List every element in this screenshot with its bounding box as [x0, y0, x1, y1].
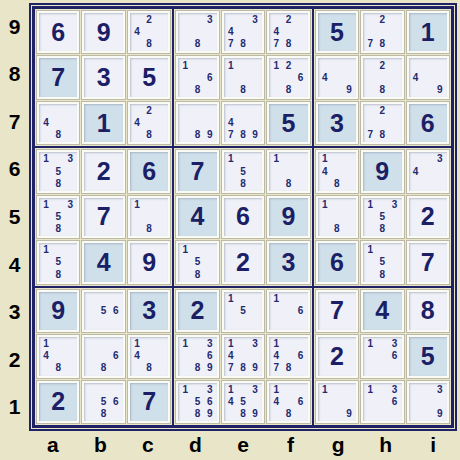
cell-a8[interactable]: 7: [37, 56, 79, 98]
cell-b1[interactable]: 568: [82, 381, 124, 423]
cell-value: 2: [97, 159, 111, 184]
pencil-mark-1: 1: [40, 244, 52, 256]
pencil-mark-4: 4: [225, 117, 237, 129]
row-label-2: 2: [0, 336, 29, 384]
pencil-marks: 278: [364, 105, 400, 141]
pencil-marks: 278: [364, 14, 400, 50]
pencil-marks: 2478: [270, 14, 306, 50]
col-label-d: d: [172, 430, 220, 459]
col-labels: abcdefghi: [29, 430, 457, 459]
pencil-mark-4: 4: [319, 165, 331, 177]
cell-value: 2: [51, 389, 65, 414]
pencil-mark-1: 1: [319, 199, 331, 211]
col-label-b: b: [77, 430, 125, 459]
pencil-mark-1: 1: [270, 384, 282, 396]
cell-c2[interactable]: 148: [128, 335, 170, 377]
pencil-mark-3: 3: [434, 384, 446, 396]
cell-b8[interactable]: 3: [82, 56, 124, 98]
cell-g6[interactable]: 148: [316, 150, 358, 192]
cell-e6[interactable]: 158: [222, 150, 264, 192]
pencil-mark-9: 9: [204, 129, 216, 141]
pencil-marks: 135689: [179, 384, 215, 420]
pencil-mark-8: 8: [191, 268, 203, 280]
pencil-marks: 158: [225, 153, 261, 189]
cell-d9[interactable]: 38: [176, 11, 218, 53]
pencil-mark-9: 9: [249, 129, 261, 141]
pencil-marks: 39: [410, 384, 446, 420]
pencil-mark-2: 2: [143, 105, 155, 117]
pencil-marks: 14678: [270, 338, 306, 374]
pencil-mark-8: 8: [191, 84, 203, 96]
cell-value: 2: [236, 250, 250, 275]
cell-g5[interactable]: 18: [316, 196, 358, 238]
pencil-mark-5: 5: [237, 305, 249, 317]
pencil-mark-8: 8: [52, 178, 64, 190]
box-5: 71581846915823: [174, 148, 311, 285]
cell-i6[interactable]: 34: [407, 150, 449, 192]
cell-h5[interactable]: 1358: [361, 196, 403, 238]
box-8: 2151613689134789146781356891345891468: [174, 288, 311, 425]
box-3: 5278149284932786: [314, 9, 451, 146]
cell-value: 5: [142, 65, 156, 90]
pencil-mark-6: 6: [388, 396, 400, 408]
pencil-mark-1: 1: [225, 293, 237, 305]
pencil-mark-1: 1: [40, 338, 52, 350]
cell-value: 7: [97, 204, 111, 229]
cell-d2[interactable]: 13689: [176, 335, 218, 377]
pencil-mark-2: 2: [376, 105, 388, 117]
cell-e5[interactable]: 6: [222, 196, 264, 238]
board-inner: 6924873548124838347824781681812688947895…: [32, 6, 454, 428]
board-boxes: 6924873548124838347824781681812688947895…: [35, 9, 451, 425]
pencil-mark-1: 1: [319, 384, 331, 396]
cell-c5[interactable]: 18: [128, 196, 170, 238]
cell-value: 7: [51, 65, 65, 90]
pencil-mark-6: 6: [204, 396, 216, 408]
pencil-mark-1: 1: [225, 59, 237, 71]
col-label-c: c: [124, 430, 172, 459]
cell-value: 7: [142, 389, 156, 414]
pencil-mark-9: 9: [249, 362, 261, 374]
cell-a9[interactable]: 6: [37, 11, 79, 53]
cell-g4[interactable]: 6: [316, 241, 358, 283]
pencil-mark-6: 6: [110, 350, 122, 362]
cell-c7[interactable]: 248: [128, 102, 170, 144]
cell-value: 5: [421, 344, 435, 369]
pencil-marks: 1358: [40, 199, 76, 235]
pencil-mark-1: 1: [40, 153, 52, 165]
box-2: 38347824781681812688947895: [174, 9, 311, 146]
pencil-marks: 568: [85, 384, 121, 420]
pencil-marks: 18: [319, 199, 355, 235]
row-label-1: 1: [0, 384, 29, 432]
cell-b7[interactable]: 1: [82, 102, 124, 144]
pencil-marks: 49: [410, 59, 446, 95]
row-label-7: 7: [0, 98, 29, 146]
pencil-marks: 3478: [225, 14, 261, 50]
pencil-marks: 248: [131, 14, 167, 50]
pencil-mark-9: 9: [434, 408, 446, 420]
cell-a1[interactable]: 2: [37, 381, 79, 423]
pencil-mark-5: 5: [376, 256, 388, 268]
cell-g1[interactable]: 19: [316, 381, 358, 423]
cell-value: 8: [421, 298, 435, 323]
pencil-marks: 134589: [225, 384, 261, 420]
cell-b9[interactable]: 9: [82, 11, 124, 53]
pencil-marks: 1468: [270, 384, 306, 420]
pencil-mark-1: 1: [364, 199, 376, 211]
cell-c4[interactable]: 9: [128, 241, 170, 283]
pencil-mark-4: 4: [225, 350, 237, 362]
col-label-g: g: [314, 430, 362, 459]
pencil-mark-6: 6: [110, 396, 122, 408]
pencil-mark-8: 8: [331, 223, 343, 235]
pencil-mark-1: 1: [225, 338, 237, 350]
cell-b3[interactable]: 56: [82, 290, 124, 332]
cell-d6[interactable]: 7: [176, 150, 218, 192]
pencil-mark-1: 1: [319, 153, 331, 165]
cell-i8[interactable]: 49: [407, 56, 449, 98]
pencil-marks: 1358: [40, 153, 76, 189]
cell-h7[interactable]: 278: [361, 102, 403, 144]
pencil-mark-8: 8: [143, 129, 155, 141]
cell-value: 3: [330, 111, 344, 136]
cell-e7[interactable]: 4789: [222, 102, 264, 144]
pencil-mark-3: 3: [64, 153, 76, 165]
cell-value: 7: [330, 298, 344, 323]
pencil-mark-4: 4: [40, 117, 52, 129]
cell-c1[interactable]: 7: [128, 381, 170, 423]
pencil-mark-3: 3: [249, 14, 261, 26]
pencil-mark-8: 8: [237, 408, 249, 420]
cell-value: 6: [236, 204, 250, 229]
cell-f5[interactable]: 9: [267, 196, 309, 238]
cell-a3[interactable]: 9: [37, 290, 79, 332]
cell-b6[interactable]: 2: [82, 150, 124, 192]
cell-value: 9: [51, 298, 65, 323]
pencil-mark-7: 7: [364, 129, 376, 141]
pencil-mark-4: 4: [319, 72, 331, 84]
pencil-mark-9: 9: [204, 362, 216, 374]
pencil-mark-8: 8: [52, 223, 64, 235]
pencil-mark-2: 2: [282, 14, 294, 26]
pencil-mark-7: 7: [270, 362, 282, 374]
cell-d8[interactable]: 168: [176, 56, 218, 98]
pencil-marks: 1358: [364, 199, 400, 235]
cell-f9[interactable]: 2478: [267, 11, 309, 53]
pencil-mark-1: 1: [225, 384, 237, 396]
pencil-mark-3: 3: [249, 384, 261, 396]
pencil-mark-1: 1: [270, 293, 282, 305]
pencil-marks: 19: [319, 384, 355, 420]
box-7: 95631486814825687: [35, 288, 172, 425]
pencil-mark-1: 1: [364, 384, 376, 396]
cell-f7[interactable]: 5: [267, 102, 309, 144]
pencil-mark-8: 8: [98, 408, 110, 420]
cell-value: 6: [421, 111, 435, 136]
cell-h8[interactable]: 28: [361, 56, 403, 98]
pencil-mark-4: 4: [131, 117, 143, 129]
cell-h2[interactable]: 136: [361, 335, 403, 377]
pencil-mark-1: 1: [179, 384, 191, 396]
cell-f6[interactable]: 18: [267, 150, 309, 192]
pencil-mark-1: 1: [179, 59, 191, 71]
pencil-marks: 13689: [179, 338, 215, 374]
cell-i7[interactable]: 6: [407, 102, 449, 144]
pencil-mark-8: 8: [376, 223, 388, 235]
cell-value: 1: [97, 111, 111, 136]
pencil-mark-8: 8: [52, 362, 64, 374]
cell-i2[interactable]: 5: [407, 335, 449, 377]
pencil-marks: 28: [364, 59, 400, 95]
cell-i1[interactable]: 39: [407, 381, 449, 423]
cell-value: 6: [330, 250, 344, 275]
col-label-e: e: [219, 430, 267, 459]
cell-a4[interactable]: 158: [37, 241, 79, 283]
pencil-marks: 89: [179, 105, 215, 141]
pencil-mark-4: 4: [270, 26, 282, 38]
cell-value: 9: [97, 20, 111, 45]
cell-a2[interactable]: 148: [37, 335, 79, 377]
pencil-mark-8: 8: [331, 178, 343, 190]
cell-h9[interactable]: 278: [361, 11, 403, 53]
pencil-mark-8: 8: [282, 38, 294, 50]
cell-h6[interactable]: 9: [361, 150, 403, 192]
pencil-mark-6: 6: [294, 396, 306, 408]
cell-h1[interactable]: 136: [361, 381, 403, 423]
pencil-mark-9: 9: [343, 408, 355, 420]
pencil-mark-8: 8: [376, 129, 388, 141]
pencil-marks: 1268: [270, 59, 306, 95]
pencil-mark-6: 6: [294, 350, 306, 362]
pencil-mark-7: 7: [270, 38, 282, 50]
pencil-mark-8: 8: [376, 268, 388, 280]
pencil-mark-6: 6: [294, 305, 306, 317]
pencil-mark-8: 8: [282, 362, 294, 374]
pencil-mark-1: 1: [364, 338, 376, 350]
cell-value: 2: [191, 298, 205, 323]
row-label-5: 5: [0, 193, 29, 241]
cell-g2[interactable]: 2: [316, 335, 358, 377]
pencil-marks: 68: [85, 338, 121, 374]
cell-value: 9: [281, 204, 295, 229]
col-label-a: a: [29, 430, 77, 459]
pencil-mark-2: 2: [282, 59, 294, 71]
cell-i5[interactable]: 2: [407, 196, 449, 238]
pencil-mark-8: 8: [376, 84, 388, 96]
pencil-mark-3: 3: [204, 14, 216, 26]
cell-g8[interactable]: 49: [316, 56, 358, 98]
cell-d4[interactable]: 158: [176, 241, 218, 283]
cell-value: 5: [330, 20, 344, 45]
pencil-mark-5: 5: [98, 396, 110, 408]
pencil-mark-3: 3: [204, 338, 216, 350]
pencil-mark-3: 3: [434, 153, 446, 165]
pencil-mark-5: 5: [98, 305, 110, 317]
cell-d1[interactable]: 135689: [176, 381, 218, 423]
pencil-mark-7: 7: [364, 38, 376, 50]
pencil-marks: 158: [179, 244, 215, 280]
cell-value: 4: [97, 250, 111, 275]
cell-value: 3: [97, 65, 111, 90]
pencil-mark-5: 5: [52, 256, 64, 268]
row-label-8: 8: [0, 51, 29, 99]
pencil-marks: 158: [40, 244, 76, 280]
pencil-marks: 49: [319, 59, 355, 95]
cell-value: 5: [281, 111, 295, 136]
pencil-marks: 148: [131, 338, 167, 374]
pencil-mark-8: 8: [52, 129, 64, 141]
cell-value: 7: [191, 159, 205, 184]
pencil-mark-8: 8: [143, 38, 155, 50]
pencil-marks: 18: [225, 59, 261, 95]
cell-value: 6: [142, 159, 156, 184]
cell-c9[interactable]: 248: [128, 11, 170, 53]
cell-g7[interactable]: 3: [316, 102, 358, 144]
pencil-mark-7: 7: [225, 38, 237, 50]
pencil-mark-4: 4: [225, 26, 237, 38]
pencil-mark-7: 7: [225, 362, 237, 374]
cell-g3[interactable]: 7: [316, 290, 358, 332]
col-label-h: h: [362, 430, 410, 459]
pencil-mark-8: 8: [237, 362, 249, 374]
cell-f2[interactable]: 14678: [267, 335, 309, 377]
pencil-mark-8: 8: [237, 84, 249, 96]
cell-e8[interactable]: 18: [222, 56, 264, 98]
pencil-mark-1: 1: [270, 153, 282, 165]
cell-c6[interactable]: 6: [128, 150, 170, 192]
pencil-mark-8: 8: [143, 223, 155, 235]
pencil-mark-6: 6: [110, 305, 122, 317]
cell-d3[interactable]: 2: [176, 290, 218, 332]
cell-a6[interactable]: 1358: [37, 150, 79, 192]
cell-b5[interactable]: 7: [82, 196, 124, 238]
cell-e4[interactable]: 2: [222, 241, 264, 283]
cell-e9[interactable]: 3478: [222, 11, 264, 53]
pencil-mark-3: 3: [64, 199, 76, 211]
cell-value: 3: [281, 250, 295, 275]
cell-value: 6: [51, 20, 65, 45]
cell-f8[interactable]: 1268: [267, 56, 309, 98]
pencil-mark-1: 1: [179, 338, 191, 350]
cell-a7[interactable]: 48: [37, 102, 79, 144]
cell-g9[interactable]: 5: [316, 11, 358, 53]
pencil-mark-2: 2: [376, 59, 388, 71]
pencil-mark-5: 5: [52, 211, 64, 223]
row-label-9: 9: [0, 3, 29, 51]
row-label-4: 4: [0, 241, 29, 289]
pencil-mark-1: 1: [40, 199, 52, 211]
pencil-mark-1: 1: [179, 244, 191, 256]
pencil-marks: 168: [179, 59, 215, 95]
cell-a5[interactable]: 1358: [37, 196, 79, 238]
row-label-6: 6: [0, 146, 29, 194]
cell-c8[interactable]: 5: [128, 56, 170, 98]
cell-i3[interactable]: 8: [407, 290, 449, 332]
cell-h4[interactable]: 158: [361, 241, 403, 283]
pencil-mark-8: 8: [237, 178, 249, 190]
pencil-mark-4: 4: [225, 396, 237, 408]
box-4: 135826135871815849: [35, 148, 172, 285]
pencil-mark-3: 3: [204, 384, 216, 396]
pencil-mark-4: 4: [131, 26, 143, 38]
pencil-mark-4: 4: [410, 72, 422, 84]
box-9: 748213651913639: [314, 288, 451, 425]
cell-b2[interactable]: 68: [82, 335, 124, 377]
pencil-mark-8: 8: [237, 38, 249, 50]
pencil-mark-6: 6: [294, 72, 306, 84]
pencil-mark-9: 9: [434, 84, 446, 96]
pencil-mark-5: 5: [191, 256, 203, 268]
pencil-marks: 48: [40, 105, 76, 141]
pencil-mark-8: 8: [191, 129, 203, 141]
pencil-mark-6: 6: [204, 72, 216, 84]
pencil-mark-6: 6: [388, 350, 400, 362]
cell-e1[interactable]: 134589: [222, 381, 264, 423]
pencil-marks: 148: [319, 153, 355, 189]
cell-value: 4: [191, 204, 205, 229]
cell-i4[interactable]: 7: [407, 241, 449, 283]
cell-b4[interactable]: 4: [82, 241, 124, 283]
cell-i9[interactable]: 1: [407, 11, 449, 53]
pencil-mark-8: 8: [191, 362, 203, 374]
pencil-mark-4: 4: [270, 350, 282, 362]
cell-f4[interactable]: 3: [267, 241, 309, 283]
pencil-marks: 34: [410, 153, 446, 189]
pencil-mark-8: 8: [237, 129, 249, 141]
pencil-mark-3: 3: [249, 338, 261, 350]
pencil-mark-1: 1: [270, 59, 282, 71]
pencil-mark-1: 1: [225, 153, 237, 165]
pencil-marks: 4789: [225, 105, 261, 141]
cell-h3[interactable]: 4: [361, 290, 403, 332]
pencil-mark-8: 8: [282, 178, 294, 190]
pencil-mark-3: 3: [388, 199, 400, 211]
pencil-marks: 134789: [225, 338, 261, 374]
board: 6924873548124838347824781681812688947895…: [29, 3, 457, 431]
box-6: 148934181358261587: [314, 148, 451, 285]
pencil-mark-2: 2: [143, 14, 155, 26]
pencil-mark-5: 5: [376, 211, 388, 223]
pencil-mark-8: 8: [52, 268, 64, 280]
cell-c3[interactable]: 3: [128, 290, 170, 332]
pencil-marks: 15: [225, 293, 261, 329]
pencil-mark-4: 4: [131, 350, 143, 362]
row-label-3: 3: [0, 288, 29, 336]
pencil-mark-8: 8: [143, 362, 155, 374]
cell-f3[interactable]: 16: [267, 290, 309, 332]
pencil-marks: 248: [131, 105, 167, 141]
pencil-mark-7: 7: [225, 129, 237, 141]
cell-d5[interactable]: 4: [176, 196, 218, 238]
cell-f1[interactable]: 1468: [267, 381, 309, 423]
pencil-mark-3: 3: [388, 384, 400, 396]
pencil-mark-8: 8: [282, 408, 294, 420]
col-label-f: f: [267, 430, 315, 459]
cell-e2[interactable]: 134789: [222, 335, 264, 377]
cell-e3[interactable]: 15: [222, 290, 264, 332]
cell-d7[interactable]: 89: [176, 102, 218, 144]
pencil-mark-8: 8: [191, 38, 203, 50]
cell-value: 9: [142, 250, 156, 275]
row-labels: 987654321: [0, 3, 29, 431]
cell-value: 2: [421, 204, 435, 229]
col-label-i: i: [410, 430, 458, 459]
cell-value: 1: [421, 20, 435, 45]
pencil-marks: 136: [364, 338, 400, 374]
pencil-mark-5: 5: [237, 165, 249, 177]
pencil-mark-3: 3: [388, 338, 400, 350]
